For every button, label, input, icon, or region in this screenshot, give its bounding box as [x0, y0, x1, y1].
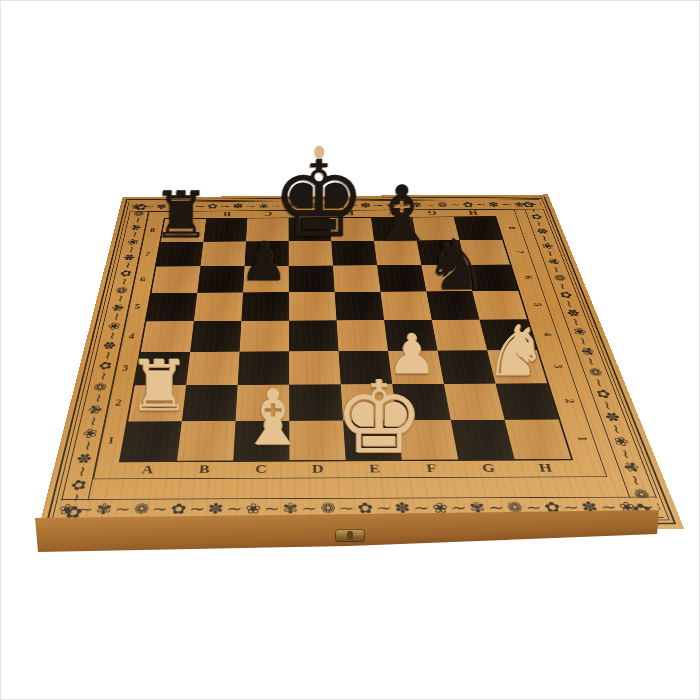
square-b5 — [194, 292, 243, 321]
square-d2 — [289, 384, 343, 420]
square-g4 — [432, 320, 487, 351]
square-c8 — [246, 218, 289, 241]
black-king-finial-tip — [314, 146, 324, 159]
file-label-g: G — [459, 461, 519, 475]
square-d3 — [289, 351, 341, 385]
square-b3 — [186, 352, 239, 386]
square-g6 — [421, 265, 472, 292]
square-e4 — [337, 320, 389, 351]
square-d5 — [289, 292, 337, 321]
square-f4 — [384, 320, 437, 351]
square-f6 — [377, 265, 426, 292]
file-label-f: F — [370, 209, 412, 217]
square-a3 — [135, 352, 190, 386]
square-a2 — [128, 385, 186, 421]
square-f3 — [388, 351, 444, 385]
square-h2 — [496, 383, 559, 419]
file-label-b: B — [175, 463, 233, 477]
square-c5 — [241, 292, 289, 321]
square-b2 — [182, 385, 238, 421]
square-a4 — [141, 321, 194, 352]
ornament-band-bottom: ❀∼✾∼❁∼✿∼✽∼❀∼✾∼❁∼✿∼✽∼❀∼✾∼❁∼✿∼✽∼❀∼✾∼❁∼✿∼✽∼… — [56, 497, 663, 521]
square-e8 — [330, 218, 374, 241]
square-b1 — [177, 421, 235, 461]
square-c6 — [243, 266, 289, 293]
square-g2 — [444, 384, 505, 420]
square-f5 — [380, 291, 431, 320]
file-labels-near: ABCDEFGH — [118, 461, 576, 477]
square-b7 — [200, 241, 246, 266]
square-f8 — [371, 217, 417, 240]
square-a5 — [146, 293, 197, 322]
square-a6 — [152, 266, 201, 293]
square-b4 — [190, 321, 241, 352]
square-h3 — [487, 350, 547, 384]
chess-board: ❀∼✾∼❁∼✿∼✽∼❀∼✾∼❁∼✿∼✽∼❀∼✾∼❁∼✿∼✽∼❀∼✾∼❁∼✿∼✽∼… — [38, 194, 685, 531]
square-c2 — [236, 385, 290, 421]
file-label-a: A — [165, 210, 207, 218]
chessboard-product-photo: ❀∼✾∼❁∼✿∼✽∼❀∼✾∼❁∼✿∼✽∼❀∼✾∼❁∼✿∼✽∼❀∼✾∼❁∼✿∼✽∼… — [0, 0, 700, 700]
square-e2 — [341, 384, 397, 420]
square-c7 — [245, 241, 289, 266]
square-g3 — [438, 350, 496, 384]
brass-hinge — [335, 529, 365, 542]
square-a7 — [156, 242, 203, 267]
corner-flower-icon: ✿ — [134, 203, 148, 212]
file-label-h: H — [452, 209, 495, 217]
square-e7 — [331, 241, 377, 266]
square-h7 — [459, 240, 509, 265]
file-label-g: G — [411, 209, 454, 217]
square-a1 — [121, 421, 182, 461]
file-label-b: B — [206, 210, 248, 218]
square-d8 — [289, 218, 332, 241]
file-label-a: A — [118, 463, 177, 477]
file-label-e: E — [329, 209, 371, 217]
square-f1 — [397, 420, 458, 460]
square-g7 — [417, 240, 466, 265]
square-g1 — [451, 420, 515, 460]
square-c3 — [238, 351, 290, 385]
square-h4 — [479, 319, 536, 350]
square-e1 — [343, 420, 402, 460]
square-e5 — [335, 292, 384, 321]
square-h8 — [454, 217, 503, 240]
square-a8 — [161, 219, 206, 242]
file-label-e: E — [346, 462, 404, 476]
square-e6 — [333, 265, 381, 292]
square-b6 — [197, 266, 244, 293]
square-g8 — [412, 217, 459, 240]
square-f2 — [392, 384, 450, 420]
board-grid — [121, 217, 571, 461]
file-label-d: D — [289, 462, 346, 476]
file-label-d: D — [289, 210, 330, 218]
square-c1 — [233, 421, 289, 461]
square-d1 — [289, 421, 345, 461]
square-d6 — [289, 266, 335, 293]
file-label-c: C — [247, 210, 288, 218]
file-label-h: H — [515, 461, 576, 475]
square-g5 — [426, 291, 479, 320]
square-d4 — [289, 320, 339, 351]
square-f7 — [374, 240, 421, 265]
square-h6 — [466, 265, 519, 292]
square-c4 — [240, 321, 289, 352]
file-label-c: C — [232, 462, 289, 476]
square-h5 — [472, 291, 527, 320]
square-e3 — [339, 351, 393, 385]
square-b8 — [203, 218, 247, 241]
file-label-f: F — [402, 462, 461, 476]
square-d7 — [289, 241, 333, 266]
